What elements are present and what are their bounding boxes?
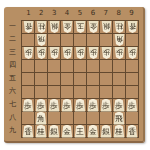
- board-cell-r4c7[interactable]: [100, 60, 112, 72]
- rank-label-3: 三: [7, 46, 18, 59]
- board-cell-r3c2[interactable]: 歩: [35, 47, 47, 59]
- board-cell-r3c4[interactable]: 歩: [61, 47, 73, 59]
- shogi-piece-gote-香[interactable]: 香: [127, 21, 138, 33]
- shogi-piece-gote-玉[interactable]: 玉: [75, 21, 86, 33]
- board-cell-r2c6[interactable]: [87, 34, 99, 46]
- board-cell-r6c8[interactable]: [113, 86, 125, 98]
- rank-label-5: 五: [7, 72, 18, 85]
- board-cell-r2c5[interactable]: [74, 34, 86, 46]
- file-label-5: 5: [74, 8, 87, 18]
- board-cell-r5c7[interactable]: [100, 73, 112, 85]
- shogi-piece-gote-飛[interactable]: 飛: [36, 34, 47, 46]
- board-cell-r1c2[interactable]: 桂: [35, 21, 47, 33]
- board-cell-r8c2[interactable]: 角: [35, 112, 47, 124]
- board-cell-r7c3[interactable]: 歩: [48, 99, 60, 111]
- board-cell-r5c9[interactable]: [126, 73, 138, 85]
- board-cell-r9c7[interactable]: 銀: [100, 125, 112, 137]
- rank-label-7: 七: [7, 97, 18, 110]
- shogi-piece-sente-銀[interactable]: 銀: [48, 125, 60, 138]
- shogi-piece-sente-桂[interactable]: 桂: [35, 125, 47, 138]
- shogi-piece-sente-桂[interactable]: 桂: [113, 125, 125, 138]
- shogi-piece-gote-歩[interactable]: 歩: [127, 47, 138, 59]
- shogi-piece-gote-歩[interactable]: 歩: [36, 47, 47, 59]
- board-cell-r1c5[interactable]: 玉: [74, 21, 86, 33]
- board-cell-r6c3[interactable]: [48, 86, 60, 98]
- shogi-piece-sente-歩[interactable]: 歩: [35, 99, 47, 112]
- board-cell-r9c4[interactable]: 金: [61, 125, 73, 137]
- board-cell-r9c1[interactable]: 香: [22, 125, 34, 137]
- rank-label-1: 一: [7, 20, 18, 33]
- file-label-1: 1: [22, 8, 35, 18]
- shogi-piece-gote-銀[interactable]: 銀: [49, 21, 60, 33]
- shogi-piece-sente-王[interactable]: 王: [74, 125, 86, 138]
- board-cell-r1c4[interactable]: 金: [61, 21, 73, 33]
- board-cell-r3c3[interactable]: 歩: [48, 47, 60, 59]
- shogi-piece-gote-歩[interactable]: 歩: [49, 47, 60, 59]
- board-cell-r2c7[interactable]: [100, 34, 112, 46]
- board-cell-r4c9[interactable]: [126, 60, 138, 72]
- board-cell-r8c1[interactable]: [22, 112, 34, 124]
- board-cell-r1c1[interactable]: 香: [22, 21, 34, 33]
- board-cell-r9c2[interactable]: 桂: [35, 125, 47, 137]
- file-label-6: 6: [86, 8, 99, 18]
- board-cell-r3c9[interactable]: 歩: [126, 47, 138, 59]
- board-cell-r8c9[interactable]: [126, 112, 138, 124]
- board-cell-r3c1[interactable]: 歩: [22, 47, 34, 59]
- shogi-piece-sente-角[interactable]: 角: [35, 112, 47, 125]
- shogi-piece-gote-桂[interactable]: 桂: [114, 21, 125, 33]
- board-cell-r7c1[interactable]: 歩: [22, 99, 34, 111]
- board-cell-r6c5[interactable]: [74, 86, 86, 98]
- shogi-piece-sente-飛[interactable]: 飛: [113, 112, 125, 125]
- shogi-piece-gote-歩[interactable]: 歩: [62, 47, 73, 59]
- board-cell-r7c6[interactable]: 歩: [87, 99, 99, 111]
- rank-label-6: 六: [7, 84, 18, 97]
- board-cell-r3c6[interactable]: 歩: [87, 47, 99, 59]
- shogi-piece-gote-歩[interactable]: 歩: [75, 47, 86, 59]
- board-cell-r7c5[interactable]: 歩: [74, 99, 86, 111]
- board-cell-r8c4[interactable]: [61, 112, 73, 124]
- board-cell-r3c8[interactable]: 歩: [113, 47, 125, 59]
- board-cell-r4c1[interactable]: [22, 60, 34, 72]
- rank-labels: 一二三四五六七八九: [7, 20, 18, 136]
- rank-label-4: 四: [7, 59, 18, 72]
- shogi-piece-sente-銀[interactable]: 銀: [100, 125, 112, 138]
- board-cell-r9c9[interactable]: 香: [126, 125, 138, 137]
- board-cell-r9c6[interactable]: 金: [87, 125, 99, 137]
- board-cell-r7c4[interactable]: 歩: [61, 99, 73, 111]
- board-cell-r9c3[interactable]: 銀: [48, 125, 60, 137]
- board-cell-r7c2[interactable]: 歩: [35, 99, 47, 111]
- shogi-piece-sente-歩[interactable]: 歩: [74, 99, 86, 112]
- board-cell-r1c7[interactable]: 銀: [100, 21, 112, 33]
- shogi-piece-sente-歩[interactable]: 歩: [100, 99, 112, 112]
- shogi-piece-gote-桂[interactable]: 桂: [36, 21, 47, 33]
- board-cell-r4c6[interactable]: [87, 60, 99, 72]
- board-cell-r1c9[interactable]: 香: [126, 21, 138, 33]
- board-cell-r1c3[interactable]: 銀: [48, 21, 60, 33]
- board-cell-r8c5[interactable]: [74, 112, 86, 124]
- shogi-piece-sente-歩[interactable]: 歩: [61, 99, 73, 112]
- board-cell-r6c9[interactable]: [126, 86, 138, 98]
- board-cell-r6c7[interactable]: [100, 86, 112, 98]
- board-cell-r8c6[interactable]: [87, 112, 99, 124]
- rank-label-8: 八: [7, 110, 18, 123]
- shogi-piece-gote-銀[interactable]: 銀: [101, 21, 112, 33]
- file-labels: 123456789: [22, 8, 138, 18]
- board-cell-r3c7[interactable]: 歩: [100, 47, 112, 59]
- board-cell-r1c6[interactable]: 金: [87, 21, 99, 33]
- board-cell-r1c8[interactable]: 桂: [113, 21, 125, 33]
- board-cell-r4c8[interactable]: [113, 60, 125, 72]
- board-cell-r8c3[interactable]: [48, 112, 60, 124]
- board-cell-r4c5[interactable]: [74, 60, 86, 72]
- board-cell-r6c4[interactable]: [61, 86, 73, 98]
- shogi-piece-sente-歩[interactable]: 歩: [22, 99, 34, 112]
- shogi-piece-gote-角[interactable]: 角: [114, 34, 125, 46]
- file-label-7: 7: [99, 8, 112, 18]
- shogi-piece-sente-金[interactable]: 金: [61, 125, 73, 138]
- board-cell-r2c9[interactable]: [126, 34, 138, 46]
- board-cell-r2c2[interactable]: 飛: [35, 34, 47, 46]
- shogi-piece-gote-金[interactable]: 金: [88, 21, 99, 33]
- board-cell-r6c2[interactable]: [35, 86, 47, 98]
- board-cell-r5c3[interactable]: [48, 73, 60, 85]
- board-cell-r7c7[interactable]: 歩: [100, 99, 112, 111]
- shogi-piece-gote-香[interactable]: 香: [23, 21, 34, 33]
- file-label-9: 9: [125, 8, 138, 18]
- board-cell-r6c6[interactable]: [87, 86, 99, 98]
- board-cell-r2c8[interactable]: 角: [113, 34, 125, 46]
- board-cell-r5c1[interactable]: [22, 73, 34, 85]
- shogi-piece-gote-歩[interactable]: 歩: [88, 47, 99, 59]
- shogi-piece-sente-歩[interactable]: 歩: [113, 99, 125, 112]
- shogi-piece-gote-歩[interactable]: 歩: [23, 47, 34, 59]
- board-cell-r9c5[interactable]: 王: [74, 125, 86, 137]
- shogi-piece-sente-香[interactable]: 香: [22, 125, 34, 138]
- shogi-piece-gote-金[interactable]: 金: [62, 21, 73, 33]
- board-grid: 香桂銀金玉金銀桂香飛角歩歩歩歩歩歩歩歩歩歩歩歩歩歩歩歩歩歩角飛香桂銀金王金銀桂香: [21, 20, 139, 138]
- shogi-board: 123456789 一二三四五六七八九 香桂銀金玉金銀桂香飛角歩歩歩歩歩歩歩歩歩…: [4, 7, 145, 143]
- shogi-piece-gote-歩[interactable]: 歩: [114, 47, 125, 59]
- shogi-piece-gote-歩[interactable]: 歩: [101, 47, 112, 59]
- shogi-piece-sente-歩[interactable]: 歩: [87, 99, 99, 112]
- board-cell-r9c8[interactable]: 桂: [113, 125, 125, 137]
- board-cell-r5c8[interactable]: [113, 73, 125, 85]
- board-cell-r5c4[interactable]: [61, 73, 73, 85]
- board-photo: 123456789 一二三四五六七八九 香桂銀金玉金銀桂香飛角歩歩歩歩歩歩歩歩歩…: [0, 0, 150, 150]
- board-cell-r3c5[interactable]: 歩: [74, 47, 86, 59]
- board-cell-r4c4[interactable]: [61, 60, 73, 72]
- board-cell-r2c3[interactable]: [48, 34, 60, 46]
- board-cell-r5c6[interactable]: [87, 73, 99, 85]
- rank-label-9: 九: [7, 123, 18, 136]
- board-cell-r4c2[interactable]: [35, 60, 47, 72]
- board-cell-r6c1[interactable]: [22, 86, 34, 98]
- shogi-piece-sente-歩[interactable]: 歩: [48, 99, 60, 112]
- board-cell-r7c9[interactable]: 歩: [126, 99, 138, 111]
- file-label-2: 2: [35, 8, 48, 18]
- shogi-piece-sente-香[interactable]: 香: [126, 125, 138, 138]
- board-cell-r2c1[interactable]: [22, 34, 34, 46]
- rank-label-2: 二: [7, 33, 18, 46]
- board-cell-r8c8[interactable]: 飛: [113, 112, 125, 124]
- shogi-piece-sente-歩[interactable]: 歩: [126, 99, 138, 112]
- file-label-4: 4: [61, 8, 74, 18]
- shogi-piece-sente-金[interactable]: 金: [87, 125, 99, 138]
- board-cell-r5c5[interactable]: [74, 73, 86, 85]
- board-cell-r7c8[interactable]: 歩: [113, 99, 125, 111]
- board-cell-r2c4[interactable]: [61, 34, 73, 46]
- board-cell-r5c2[interactable]: [35, 73, 47, 85]
- file-label-3: 3: [48, 8, 61, 18]
- board-cell-r8c7[interactable]: [100, 112, 112, 124]
- file-label-8: 8: [112, 8, 125, 18]
- board-cell-r4c3[interactable]: [48, 60, 60, 72]
